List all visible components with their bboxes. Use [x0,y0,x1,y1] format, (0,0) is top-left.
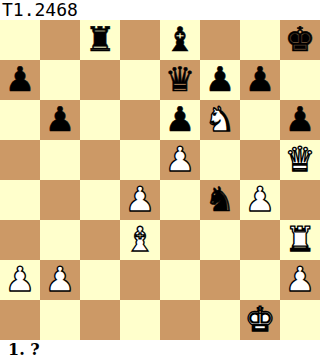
square-e4[interactable] [160,180,200,220]
square-c6[interactable] [80,100,120,140]
white-pawn[interactable]: ♟ [245,180,275,219]
square-h8[interactable]: ♚ [280,20,320,60]
square-b6[interactable]: ♟ [40,100,80,140]
black-pawn[interactable]: ♟ [285,100,315,139]
square-e6[interactable]: ♟ [160,100,200,140]
square-h3[interactable]: ♜ [280,220,320,260]
square-g6[interactable] [240,100,280,140]
square-c1[interactable] [80,300,120,340]
square-h7[interactable] [280,60,320,100]
move-prompt-label: 1. ? [0,340,320,360]
white-queen[interactable]: ♛ [285,140,315,179]
black-knight[interactable]: ♞ [205,180,235,219]
square-c5[interactable] [80,140,120,180]
square-g7[interactable]: ♟ [240,60,280,100]
square-d7[interactable] [120,60,160,100]
square-c3[interactable] [80,220,120,260]
square-f3[interactable] [200,220,240,260]
square-c2[interactable] [80,260,120,300]
chess-board: ♜♝♚♟♛♟♟♟♟♞♟♟♛♟♞♟♝♜♟♟♟♚ [0,20,320,340]
square-b5[interactable] [40,140,80,180]
square-c8[interactable]: ♜ [80,20,120,60]
square-g5[interactable] [240,140,280,180]
square-d6[interactable] [120,100,160,140]
square-b8[interactable] [40,20,80,60]
square-h2[interactable]: ♟ [280,260,320,300]
black-pawn[interactable]: ♟ [45,100,75,139]
square-h5[interactable]: ♛ [280,140,320,180]
square-f6[interactable]: ♞ [200,100,240,140]
square-e2[interactable] [160,260,200,300]
square-a6[interactable] [0,100,40,140]
square-f1[interactable] [200,300,240,340]
square-b2[interactable]: ♟ [40,260,80,300]
black-pawn[interactable]: ♟ [5,60,35,99]
square-a2[interactable]: ♟ [0,260,40,300]
square-f8[interactable] [200,20,240,60]
square-d1[interactable] [120,300,160,340]
white-rook[interactable]: ♜ [285,220,315,259]
square-a8[interactable] [0,20,40,60]
square-g4[interactable]: ♟ [240,180,280,220]
square-h4[interactable] [280,180,320,220]
white-pawn[interactable]: ♟ [125,180,155,219]
square-g1[interactable]: ♚ [240,300,280,340]
square-d3[interactable]: ♝ [120,220,160,260]
square-a1[interactable] [0,300,40,340]
square-c4[interactable] [80,180,120,220]
square-g3[interactable] [240,220,280,260]
square-b7[interactable] [40,60,80,100]
square-d8[interactable] [120,20,160,60]
square-h6[interactable]: ♟ [280,100,320,140]
square-b4[interactable] [40,180,80,220]
square-f2[interactable] [200,260,240,300]
black-rook[interactable]: ♜ [85,20,115,59]
white-pawn[interactable]: ♟ [5,260,35,299]
square-a7[interactable]: ♟ [0,60,40,100]
square-e3[interactable] [160,220,200,260]
white-knight[interactable]: ♞ [205,100,235,139]
white-king[interactable]: ♚ [245,300,275,339]
square-d2[interactable] [120,260,160,300]
square-e8[interactable]: ♝ [160,20,200,60]
square-h1[interactable] [280,300,320,340]
black-king[interactable]: ♚ [285,20,315,59]
black-pawn[interactable]: ♟ [245,60,275,99]
square-e1[interactable] [160,300,200,340]
square-e7[interactable]: ♛ [160,60,200,100]
square-f4[interactable]: ♞ [200,180,240,220]
white-bishop[interactable]: ♝ [125,220,155,259]
square-c7[interactable] [80,60,120,100]
white-pawn[interactable]: ♟ [45,260,75,299]
square-a4[interactable] [0,180,40,220]
black-bishop[interactable]: ♝ [165,20,195,59]
square-e5[interactable]: ♟ [160,140,200,180]
chess-puzzle-app: T1.2468 ♜♝♚♟♛♟♟♟♟♞♟♟♛♟♞♟♝♜♟♟♟♚ 1. ? [0,0,320,360]
square-f7[interactable]: ♟ [200,60,240,100]
square-b3[interactable] [40,220,80,260]
square-d5[interactable] [120,140,160,180]
white-pawn[interactable]: ♟ [285,260,315,299]
square-b1[interactable] [40,300,80,340]
black-pawn[interactable]: ♟ [165,100,195,139]
square-d4[interactable]: ♟ [120,180,160,220]
square-f5[interactable] [200,140,240,180]
square-a3[interactable] [0,220,40,260]
puzzle-number-label: T1.2468 [0,0,320,20]
square-a5[interactable] [0,140,40,180]
black-queen[interactable]: ♛ [165,60,195,99]
white-pawn[interactable]: ♟ [165,140,195,179]
square-g2[interactable] [240,260,280,300]
square-g8[interactable] [240,20,280,60]
black-pawn[interactable]: ♟ [205,60,235,99]
